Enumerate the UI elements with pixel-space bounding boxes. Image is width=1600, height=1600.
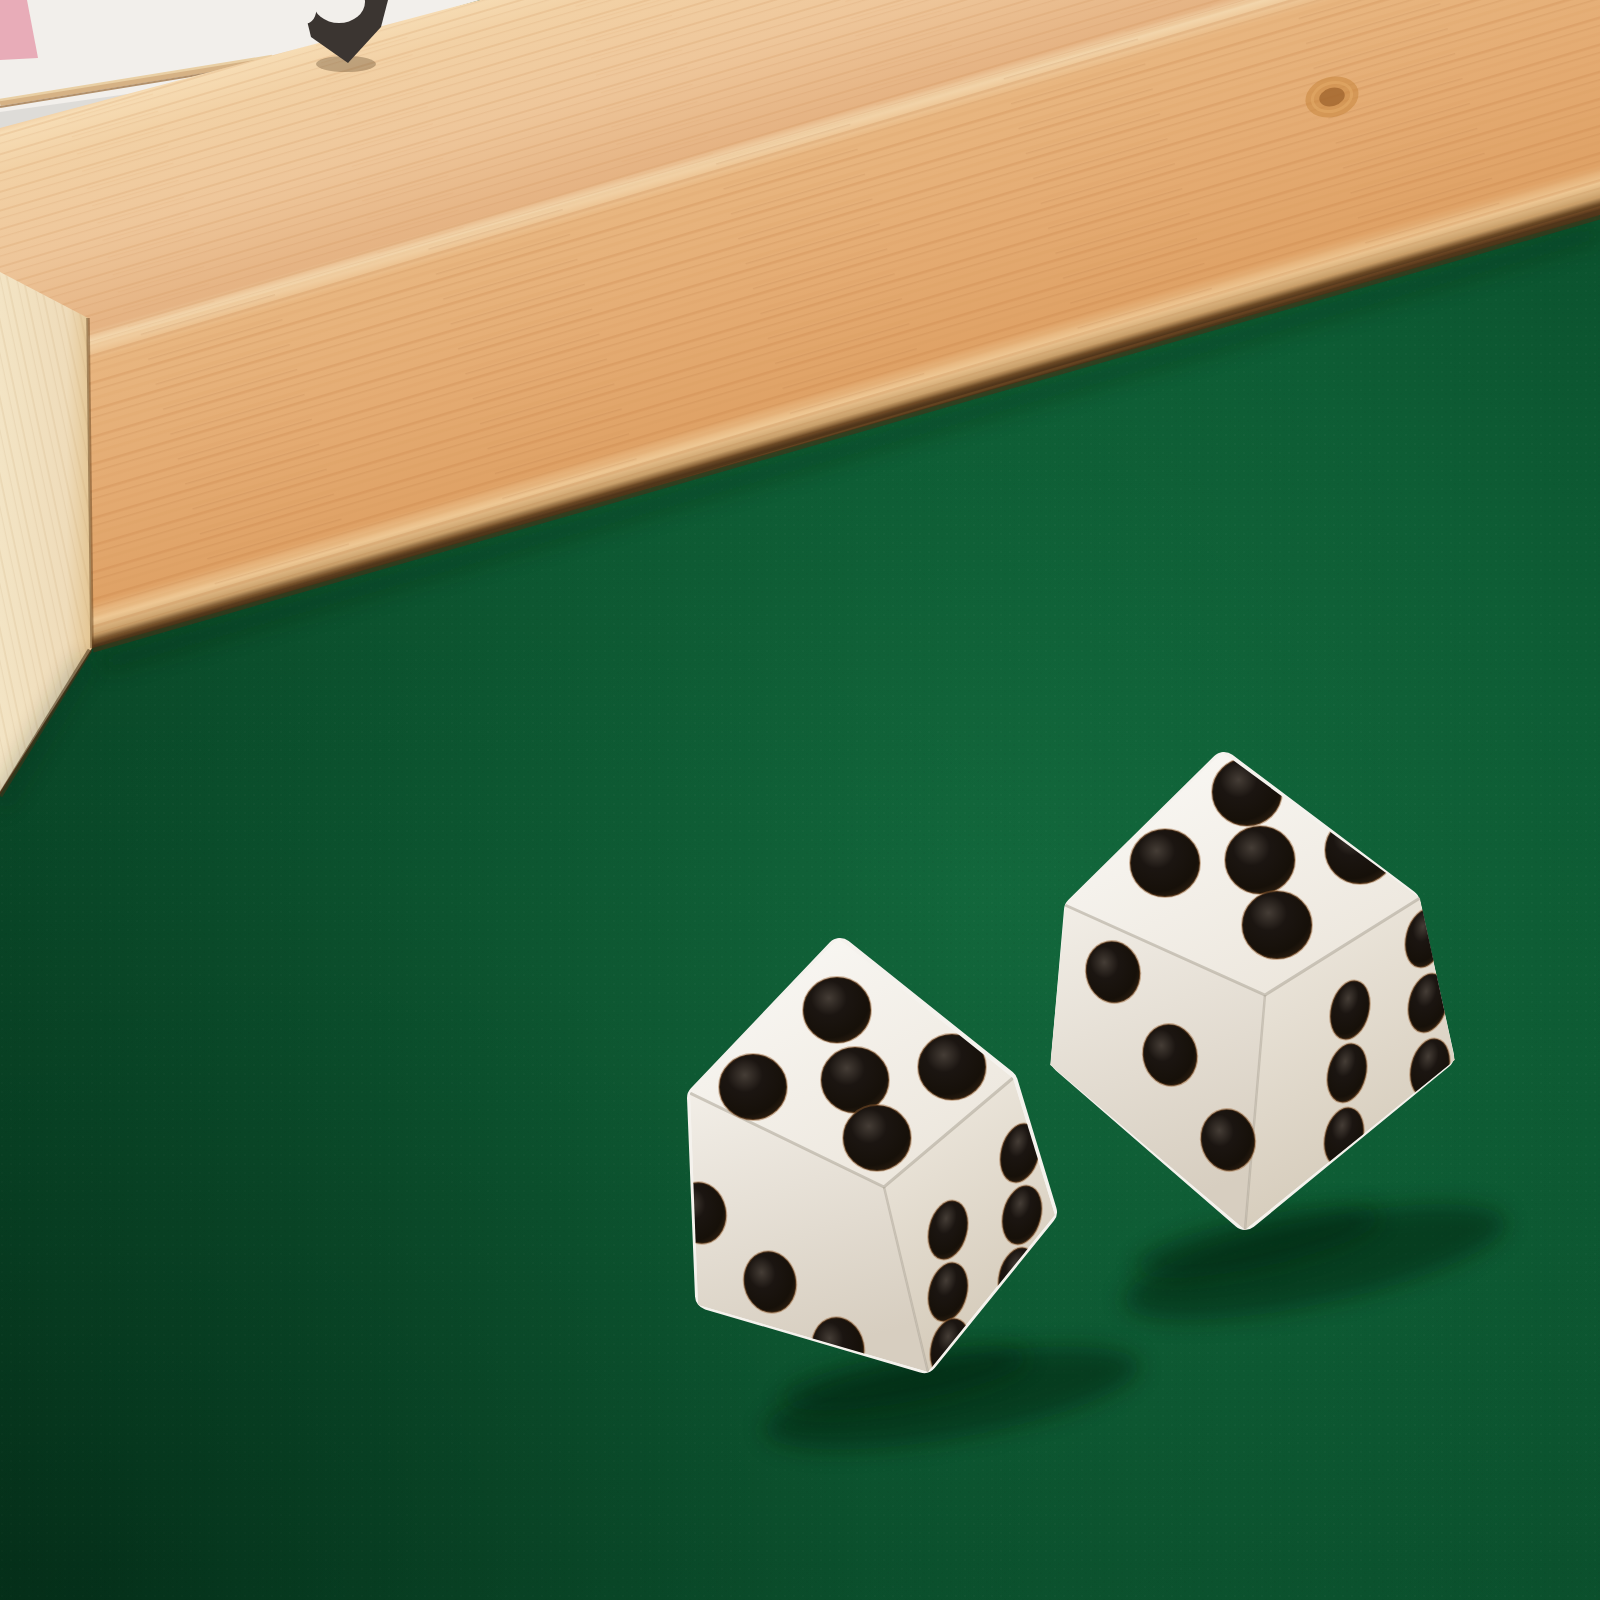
die-1-top-pip	[821, 1047, 889, 1113]
die-2-top-pip	[1225, 826, 1295, 894]
dice-tray-photo	[0, 0, 1600, 1600]
die-1-top-pip	[803, 977, 871, 1043]
die-2-top-pip	[1130, 829, 1200, 897]
die-1-top-pip	[719, 1054, 787, 1120]
die-2-top-pip	[1242, 891, 1312, 959]
die-1-top-pip	[843, 1105, 911, 1171]
scene	[0, 0, 1600, 1600]
